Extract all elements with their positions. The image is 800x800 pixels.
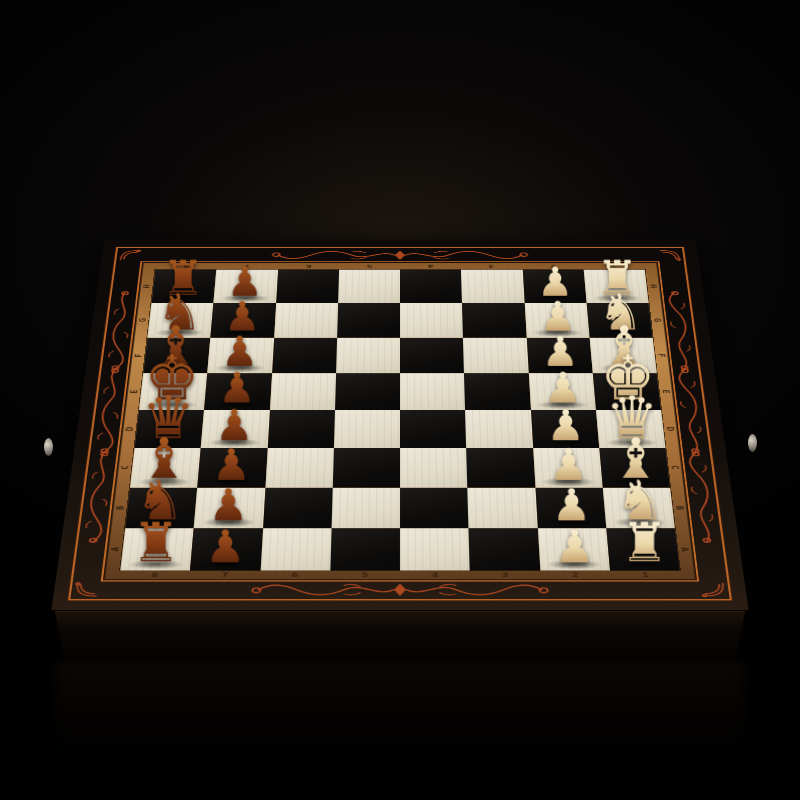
square-g6[interactable]	[274, 303, 338, 337]
square-d6[interactable]	[267, 410, 334, 448]
right-clasp-icon	[748, 434, 757, 452]
square-g4[interactable]	[400, 303, 463, 337]
square-c3[interactable]	[466, 448, 535, 487]
square-a4[interactable]	[400, 528, 470, 570]
square-d5[interactable]	[334, 410, 400, 448]
left-clasp-icon	[44, 438, 53, 456]
ornament-corner-top-left	[117, 249, 143, 262]
square-a7[interactable]: ♟	[190, 528, 262, 570]
white-pawn: ♟	[555, 525, 595, 570]
square-a1[interactable]: ♜	[606, 528, 680, 570]
square-h6[interactable]	[276, 270, 339, 303]
square-b5[interactable]	[331, 487, 400, 528]
box-front-edge	[55, 611, 745, 657]
black-pawn: ♟	[205, 525, 245, 570]
square-f3[interactable]	[463, 338, 528, 374]
white-rook: ♜	[621, 516, 669, 570]
coordinate-label: 6	[278, 263, 339, 270]
square-b3[interactable]	[468, 487, 538, 528]
table-reflection	[55, 660, 745, 780]
square-f4[interactable]	[400, 338, 464, 374]
square-c5[interactable]	[332, 448, 400, 487]
square-b4[interactable]	[400, 487, 469, 528]
square-f5[interactable]	[336, 338, 400, 374]
square-h3[interactable]	[461, 270, 524, 303]
ornament-corner-top-right	[657, 249, 683, 262]
square-d3[interactable]	[465, 410, 532, 448]
square-g5[interactable]	[337, 303, 400, 337]
ornament-frieze-top	[260, 249, 540, 261]
square-d4[interactable]	[400, 410, 466, 448]
ornament-frieze-bottom	[237, 582, 562, 598]
coordinate-label: 3	[461, 263, 522, 270]
square-a5[interactable]	[330, 528, 400, 570]
scene: 87654321 87654321 HGFEDCBA HGFEDCBA ♜♟♟♜…	[0, 0, 800, 800]
square-a6[interactable]	[260, 528, 331, 570]
board-grid: ♜♟♟♜♞♟♟♞♝♟♟♝♚♟♟♚♛♟♟♛♝♟♟♝♞♟♟♞♜♟♟♜	[120, 270, 679, 571]
square-g3[interactable]	[462, 303, 526, 337]
ornament-corner-bottom-left	[72, 581, 102, 598]
square-a8[interactable]: ♜	[120, 528, 194, 570]
square-f6[interactable]	[272, 338, 337, 374]
black-rook: ♜	[131, 516, 179, 570]
square-h5[interactable]	[338, 270, 400, 303]
coordinate-label: 5	[339, 263, 400, 270]
square-a3[interactable]	[469, 528, 540, 570]
square-c6[interactable]	[265, 448, 334, 487]
chessboard: 87654321 87654321 HGFEDCBA HGFEDCBA ♜♟♟♜…	[51, 240, 748, 610]
coordinate-label: 4	[400, 263, 461, 270]
square-c4[interactable]	[400, 448, 468, 487]
square-h4[interactable]	[400, 270, 462, 303]
square-b6[interactable]	[263, 487, 333, 528]
square-a2[interactable]: ♟	[537, 528, 609, 570]
ornament-corner-bottom-right	[698, 581, 728, 598]
